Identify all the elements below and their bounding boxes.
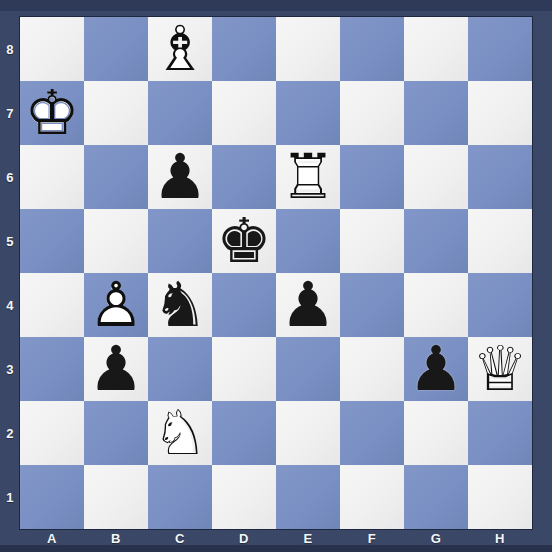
piece-white-queen[interactable]: ♛♕ [468,337,532,401]
square-b8[interactable] [84,17,148,81]
rank-labels: 87654321 [0,17,20,529]
square-e6[interactable]: ♜♖ [276,145,340,209]
square-d7[interactable] [212,81,276,145]
square-a6[interactable] [20,145,84,209]
square-e4[interactable]: ♟ [276,273,340,337]
square-d6[interactable] [212,145,276,209]
square-d8[interactable] [212,17,276,81]
square-b4[interactable]: ♟♙ [84,273,148,337]
piece-white-rook[interactable]: ♜♖ [276,145,340,209]
square-g2[interactable] [404,401,468,465]
piece-white-knight[interactable]: ♞♘ [148,401,212,465]
rank-label-7: 7 [0,81,20,145]
square-b6[interactable] [84,145,148,209]
square-f1[interactable] [340,465,404,529]
square-c8[interactable]: ♝♗ [148,17,212,81]
square-d1[interactable] [212,465,276,529]
white-bishop-outline-glyph: ♗ [148,17,212,81]
file-label-f: F [340,529,404,547]
white-king-outline-glyph: ♔ [20,81,84,145]
square-b2[interactable] [84,401,148,465]
piece-black-knight[interactable]: ♞ [148,273,212,337]
rank-label-6: 6 [0,145,20,209]
file-label-g: G [404,529,468,547]
square-f2[interactable] [340,401,404,465]
square-a7[interactable]: ♚♔ [20,81,84,145]
square-g5[interactable] [404,209,468,273]
square-c2[interactable]: ♞♘ [148,401,212,465]
square-e2[interactable] [276,401,340,465]
square-h2[interactable] [468,401,532,465]
black-pawn-glyph: ♟ [84,337,148,401]
piece-black-king[interactable]: ♚ [212,209,276,273]
square-g4[interactable] [404,273,468,337]
white-queen-outline-glyph: ♕ [468,337,532,401]
file-label-a: A [20,529,84,547]
square-a5[interactable] [20,209,84,273]
square-c3[interactable] [148,337,212,401]
square-e1[interactable] [276,465,340,529]
square-e3[interactable] [276,337,340,401]
square-h1[interactable] [468,465,532,529]
square-g1[interactable] [404,465,468,529]
rank-label-1: 1 [0,465,20,529]
square-h8[interactable] [468,17,532,81]
square-e8[interactable] [276,17,340,81]
square-f7[interactable] [340,81,404,145]
square-f6[interactable] [340,145,404,209]
square-f8[interactable] [340,17,404,81]
square-b3[interactable]: ♟ [84,337,148,401]
piece-black-pawn[interactable]: ♟ [276,273,340,337]
square-a2[interactable] [20,401,84,465]
rank-label-5: 5 [0,209,20,273]
square-g7[interactable] [404,81,468,145]
file-label-b: B [84,529,148,547]
square-b7[interactable] [84,81,148,145]
piece-black-pawn[interactable]: ♟ [84,337,148,401]
square-h7[interactable] [468,81,532,145]
white-pawn-outline-glyph: ♙ [84,273,148,337]
square-c7[interactable] [148,81,212,145]
frame-top-edge [0,0,552,11]
piece-white-bishop[interactable]: ♝♗ [148,17,212,81]
square-g8[interactable] [404,17,468,81]
chess-board: ♝♗♚♔♟♜♖♚♟♙♞♟♟♟♛♕♞♘ [20,17,532,529]
file-label-e: E [276,529,340,547]
square-d2[interactable] [212,401,276,465]
rank-label-3: 3 [0,337,20,401]
square-f4[interactable] [340,273,404,337]
square-b5[interactable] [84,209,148,273]
square-d5[interactable]: ♚ [212,209,276,273]
square-e5[interactable] [276,209,340,273]
square-c6[interactable]: ♟ [148,145,212,209]
piece-white-king[interactable]: ♚♔ [20,81,84,145]
square-a1[interactable] [20,465,84,529]
square-d3[interactable] [212,337,276,401]
piece-black-pawn[interactable]: ♟ [404,337,468,401]
file-labels: ABCDEFGH [20,529,532,547]
square-c5[interactable] [148,209,212,273]
black-king-glyph: ♚ [212,209,276,273]
square-b1[interactable] [84,465,148,529]
piece-black-pawn[interactable]: ♟ [148,145,212,209]
black-pawn-glyph: ♟ [148,145,212,209]
square-a4[interactable] [20,273,84,337]
square-g6[interactable] [404,145,468,209]
square-h4[interactable] [468,273,532,337]
square-f3[interactable] [340,337,404,401]
square-a8[interactable] [20,17,84,81]
black-pawn-glyph: ♟ [276,273,340,337]
square-f5[interactable] [340,209,404,273]
square-c1[interactable] [148,465,212,529]
chess-board-frame: ♝♗♚♔♟♜♖♚♟♙♞♟♟♟♛♕♞♘ 87654321 ABCDEFGH [0,0,552,552]
black-pawn-glyph: ♟ [404,337,468,401]
square-d4[interactable] [212,273,276,337]
file-label-d: D [212,529,276,547]
file-label-h: H [468,529,532,547]
rank-label-8: 8 [0,17,20,81]
square-a3[interactable] [20,337,84,401]
square-c4[interactable]: ♞ [148,273,212,337]
rank-label-2: 2 [0,401,20,465]
rank-label-4: 4 [0,273,20,337]
file-label-c: C [148,529,212,547]
square-h5[interactable] [468,209,532,273]
piece-white-pawn[interactable]: ♟♙ [84,273,148,337]
white-rook-outline-glyph: ♖ [276,145,340,209]
square-h3[interactable]: ♛♕ [468,337,532,401]
square-h6[interactable] [468,145,532,209]
square-e7[interactable] [276,81,340,145]
black-knight-glyph: ♞ [148,273,212,337]
white-knight-outline-glyph: ♘ [148,401,212,465]
square-g3[interactable]: ♟ [404,337,468,401]
